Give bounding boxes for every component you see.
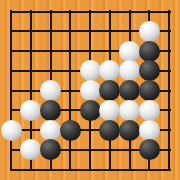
white-stone <box>1 120 22 141</box>
go-board[interactable] <box>0 0 180 180</box>
white-stone <box>40 80 61 101</box>
black-stone <box>139 139 160 160</box>
black-stone <box>119 80 140 101</box>
white-stone <box>99 100 120 121</box>
black-stone <box>99 120 120 141</box>
black-stone <box>139 41 160 62</box>
black-stone <box>99 80 120 101</box>
black-stone <box>139 60 160 81</box>
white-stone <box>139 100 160 121</box>
white-stone <box>20 100 41 121</box>
black-stone <box>139 80 160 101</box>
white-stone <box>139 21 160 42</box>
white-stone <box>139 120 160 141</box>
black-stone <box>40 139 61 160</box>
white-stone <box>119 100 140 121</box>
white-stone <box>80 60 101 81</box>
white-stone <box>40 120 61 141</box>
white-stone <box>80 80 101 101</box>
white-stone <box>119 41 140 62</box>
black-stone <box>80 100 101 121</box>
grid-line-vertical <box>168 10 170 171</box>
grid-line-horizontal <box>10 169 171 171</box>
black-stone <box>119 120 140 141</box>
white-stone <box>119 60 140 81</box>
white-stone <box>99 60 120 81</box>
black-stone <box>60 120 81 141</box>
black-stone <box>40 100 61 121</box>
white-stone <box>20 139 41 160</box>
